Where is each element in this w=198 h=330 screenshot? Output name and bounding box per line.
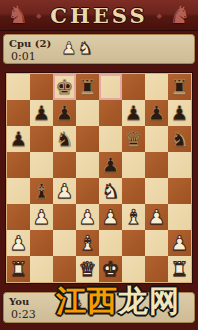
square-f6[interactable]: ♛ [122, 126, 145, 152]
square-g3[interactable]: ♟ [145, 204, 168, 230]
square-f7[interactable]: ♟ [122, 100, 145, 126]
square-g8[interactable] [145, 74, 168, 100]
black-knight-h6[interactable]: ♞ [168, 126, 191, 152]
black-rook-h8[interactable]: ♜ [168, 74, 191, 100]
square-f5[interactable] [122, 152, 145, 178]
square-c8[interactable]: ♚ [53, 74, 76, 100]
white-bishop-d2[interactable]: ♝ [76, 230, 99, 256]
captured-white-pawn: ♟ [61, 37, 76, 59]
square-g1[interactable] [145, 256, 168, 282]
black-pawn-c7[interactable]: ♟ [53, 100, 76, 126]
square-h2[interactable]: ♟ [168, 230, 191, 256]
square-d8[interactable]: ♜ [76, 74, 99, 100]
square-h6[interactable]: ♞ [168, 126, 191, 152]
square-e5[interactable]: ♟ [99, 152, 122, 178]
cpu-player-bar: Cpu (2) 0:01 ♟♞ [2, 33, 196, 65]
diamond-icon-right: ◆ [157, 13, 162, 20]
square-d2[interactable]: ♝ [76, 230, 99, 256]
diamond-icon-left: ◆ [36, 13, 41, 20]
square-c6[interactable]: ♞ [53, 126, 76, 152]
square-f4[interactable] [122, 178, 145, 204]
square-h7[interactable]: ♟ [168, 100, 191, 126]
square-e3[interactable]: ♟ [99, 204, 122, 230]
white-rook-h1[interactable]: ♜ [168, 256, 191, 282]
white-pawn-a2[interactable]: ♟ [7, 230, 30, 256]
board[interactable]: ♚♜♜♟♟♟♟♟♟♞♛♞♟♝♟♞♟♟♟♝♟♟♝♟♜♛♚♜ [6, 73, 192, 283]
title-bar: ♞ ◆ CHESS ◆ ♞ [0, 0, 198, 31]
square-b5[interactable] [30, 152, 53, 178]
white-queen-d1[interactable]: ♛ [76, 256, 99, 282]
square-b6[interactable] [30, 126, 53, 152]
chess-app-window: ♞ ◆ CHESS ◆ ♞ Cpu (2) 0:01 ♟♞ ♚♜♜♟♟♟♟♟♟♞… [0, 0, 198, 330]
black-pawn-b7[interactable]: ♟ [30, 100, 53, 126]
square-c3[interactable] [53, 204, 76, 230]
square-e2[interactable] [99, 230, 122, 256]
square-b8[interactable] [30, 74, 53, 100]
white-pawn-c4[interactable]: ♟ [53, 178, 76, 204]
square-c1[interactable] [53, 256, 76, 282]
you-player-name: You [9, 295, 45, 308]
square-a1[interactable]: ♜ [7, 256, 30, 282]
square-c7[interactable]: ♟ [53, 100, 76, 126]
square-d7[interactable] [76, 100, 99, 126]
you-captured-tray: ♟♝ [55, 295, 88, 317]
white-pawn-d3[interactable]: ♟ [76, 204, 99, 230]
app-title: CHESS [50, 3, 147, 28]
black-pawn-g7[interactable]: ♟ [145, 100, 168, 126]
captured-black-bishop: ♝ [71, 295, 86, 317]
square-b2[interactable] [30, 230, 53, 256]
square-g7[interactable]: ♟ [145, 100, 168, 126]
square-a7[interactable] [7, 100, 30, 126]
captured-black-pawn: ♟ [55, 295, 70, 317]
square-b3[interactable]: ♟ [30, 204, 53, 230]
square-e8[interactable] [99, 74, 122, 100]
square-f2[interactable] [122, 230, 145, 256]
white-pawn-e3[interactable]: ♟ [99, 204, 122, 230]
square-e1[interactable]: ♚ [99, 256, 122, 282]
square-f1[interactable] [122, 256, 145, 282]
white-pawn-h2[interactable]: ♟ [168, 230, 191, 256]
square-h5[interactable] [168, 152, 191, 178]
square-f3[interactable]: ♝ [122, 204, 145, 230]
square-g2[interactable] [145, 230, 168, 256]
square-d1[interactable]: ♛ [76, 256, 99, 282]
white-pawn-g3[interactable]: ♟ [145, 204, 168, 230]
square-d3[interactable]: ♟ [76, 204, 99, 230]
square-e7[interactable] [99, 100, 122, 126]
square-h4[interactable] [168, 178, 191, 204]
black-knight-c6[interactable]: ♞ [53, 126, 76, 152]
square-d5[interactable] [76, 152, 99, 178]
square-a4[interactable] [7, 178, 30, 204]
black-queen-f6[interactable]: ♛ [122, 126, 145, 152]
square-c4[interactable]: ♟ [53, 178, 76, 204]
square-g4[interactable] [145, 178, 168, 204]
square-g6[interactable] [145, 126, 168, 152]
square-a2[interactable]: ♟ [7, 230, 30, 256]
black-pawn-a6[interactable]: ♟ [7, 126, 30, 152]
captured-white-knight: ♞ [77, 37, 92, 59]
black-rook-d8[interactable]: ♜ [76, 74, 99, 100]
white-king-e1[interactable]: ♚ [99, 256, 122, 282]
square-a5[interactable] [7, 152, 30, 178]
square-c2[interactable] [53, 230, 76, 256]
white-pawn-b3[interactable]: ♟ [30, 204, 53, 230]
square-a6[interactable]: ♟ [7, 126, 30, 152]
square-g5[interactable] [145, 152, 168, 178]
white-rook-a1[interactable]: ♜ [7, 256, 30, 282]
knight-icon-right: ♞ [169, 1, 191, 29]
square-b1[interactable] [30, 256, 53, 282]
square-d6[interactable] [76, 126, 99, 152]
cpu-clock: 0:01 [9, 50, 51, 63]
you-clock: 0:23 [9, 308, 45, 321]
cpu-captured-tray: ♟♞ [61, 37, 94, 59]
square-d4[interactable] [76, 178, 99, 204]
white-knight-e4[interactable]: ♞ [99, 178, 122, 204]
square-e4[interactable]: ♞ [99, 178, 122, 204]
black-pawn-f7[interactable]: ♟ [122, 100, 145, 126]
square-h1[interactable]: ♜ [168, 256, 191, 282]
square-c5[interactable] [53, 152, 76, 178]
board-frame: ♚♜♜♟♟♟♟♟♟♞♛♞♟♝♟♞♟♟♟♝♟♟♝♟♜♛♚♜ [0, 65, 198, 289]
square-e6[interactable] [99, 126, 122, 152]
square-a3[interactable] [7, 204, 30, 230]
black-pawn-e5[interactable]: ♟ [99, 152, 122, 178]
square-b7[interactable]: ♟ [30, 100, 53, 126]
black-pawn-h7[interactable]: ♟ [168, 100, 191, 126]
square-b4[interactable]: ♝ [30, 178, 53, 204]
you-player-bar: You 0:23 ♟♝ [2, 291, 196, 324]
square-h8[interactable]: ♜ [168, 74, 191, 100]
black-king-c8[interactable]: ♚ [53, 74, 76, 100]
square-h3[interactable] [168, 204, 191, 230]
knight-icon-left: ♞ [7, 1, 29, 29]
cpu-player-name: Cpu (2) [9, 37, 51, 50]
white-bishop-f3[interactable]: ♝ [122, 204, 145, 230]
black-bishop-b4[interactable]: ♝ [30, 178, 53, 204]
square-f8[interactable] [122, 74, 145, 100]
square-a8[interactable] [7, 74, 30, 100]
